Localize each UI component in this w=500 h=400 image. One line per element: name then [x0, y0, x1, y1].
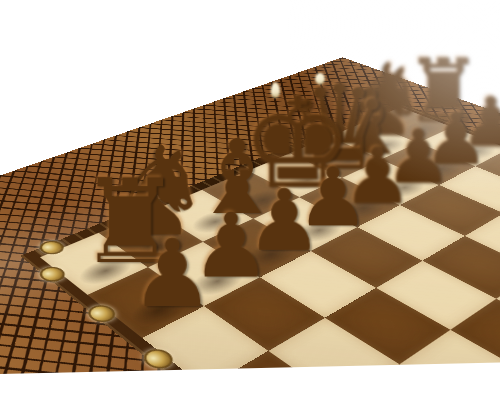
piece-pawn-h2: ♟ — [130, 227, 215, 321]
chess-set-photo: ♜♞♝♚♛♝♞♜♟♟♟♟♟♟♟♟ — [0, 0, 500, 400]
board-frame: ♜♞♝♚♛♝♞♜♟♟♟♟♟♟♟♟ — [0, 57, 500, 400]
board-rim: ♜♞♝♚♛♝♞♜♟♟♟♟♟♟♟♟ — [21, 102, 500, 400]
board-grid: ♜♞♝♚♛♝♞♜♟♟♟♟♟♟♟♟ — [40, 107, 500, 400]
